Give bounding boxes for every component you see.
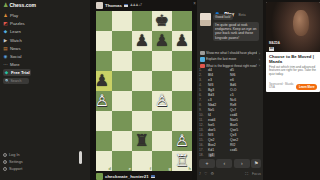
- square-h6[interactable]: [172, 51, 192, 71]
- move-row-4[interactable]: 4.Nf3Bd6: [199, 82, 261, 87]
- log-in-icon: ⏻: [3, 153, 7, 157]
- share-icon[interactable]: ⤴: [199, 171, 201, 176]
- sidebar-gap: [90, 0, 96, 180]
- square-g7[interactable]: [152, 31, 172, 51]
- move-row-13[interactable]: 13.dxe5Qxe5: [199, 127, 261, 132]
- chesscom-logo[interactable]: ♟ Chess.com: [3, 2, 36, 8]
- sidebar-item-social[interactable]: ◉Social: [3, 53, 29, 60]
- move-row-8[interactable]: 8.Nbd2Re8: [199, 102, 261, 107]
- ad-face-image: [293, 10, 309, 36]
- square-h7[interactable]: [172, 31, 192, 51]
- square-e7[interactable]: [112, 31, 132, 51]
- move-row-9[interactable]: 9.Ne5Qc7: [199, 107, 261, 112]
- square-g6[interactable]: [152, 51, 172, 71]
- move-row-5[interactable]: 5.Bg3O-O: [199, 87, 261, 92]
- coach-avatar[interactable]: [200, 13, 211, 26]
- sidebar-item-news[interactable]: ▤News: [3, 45, 29, 52]
- support-icon: ?: [3, 167, 7, 171]
- square-h2[interactable]: [172, 131, 192, 151]
- bottom-player-bar: checkmate_hunter21: [96, 171, 192, 180]
- back-button[interactable]: ‹: [216, 159, 232, 168]
- coach-option-row-2[interactable]: Explain the last move›: [200, 56, 260, 62]
- chevron-right-icon: ›: [259, 57, 260, 62]
- sidebar-bottom-support[interactable]: ?Support: [3, 166, 22, 172]
- top-player-avatar[interactable]: [96, 2, 103, 9]
- move-row-1[interactable]: 1.d4d5: [199, 67, 261, 72]
- move-row-11[interactable]: 11.exd4Nxe5: [199, 117, 261, 122]
- news-icon: ▤: [3, 46, 8, 51]
- move-row-12[interactable]: 12.fxe5Bxe5: [199, 122, 261, 127]
- move-row-18[interactable]: 18.g4: [199, 152, 261, 157]
- play-icon: ♟: [3, 13, 8, 18]
- square-f4[interactable]: [132, 91, 152, 111]
- square-f7[interactable]: [132, 31, 152, 51]
- captured-pieces: ♟♟♟ +7: [130, 3, 142, 7]
- sidebar-search-input[interactable]: 🔍 Search: [3, 78, 29, 84]
- square-g3[interactable]: [152, 111, 172, 131]
- ad-photo-caption: MAZDA: [269, 42, 280, 46]
- close-icon[interactable]: ×: [193, 2, 197, 6]
- move-row-10[interactable]: 10.f4cxd4: [199, 112, 261, 117]
- square-f8[interactable]: [132, 11, 152, 31]
- square-f6[interactable]: [132, 51, 152, 71]
- nav-sidebar: ♟ Chess.com ♟Play◩Puzzles◆Learn▶Watch▤Ne…: [0, 0, 90, 180]
- top-player-name: Thomas: [105, 3, 122, 8]
- square-e5[interactable]: [112, 71, 132, 91]
- sidebar-item-watch[interactable]: ▶Watch: [3, 37, 29, 44]
- move-row-15[interactable]: 15.Qe2Qxe2: [199, 137, 261, 142]
- move-row-16[interactable]: 16.Bxe2Rf2: [199, 142, 261, 147]
- square-e4[interactable]: [112, 91, 132, 111]
- bottom-player-flag-icon: [151, 175, 155, 178]
- ad-footer: Sponsored · Mazda USA Learn More: [269, 83, 317, 90]
- square-e6[interactable]: [112, 51, 132, 71]
- square-h3[interactable]: [172, 111, 192, 131]
- square-e2[interactable]: [112, 131, 132, 151]
- logo-pawn-icon: ♟: [3, 2, 8, 8]
- move-row-14[interactable]: 14.Nf3Qe3: [199, 132, 261, 137]
- watch-icon: ▶: [3, 38, 8, 43]
- sidebar-item-play[interactable]: ♟Play: [3, 12, 29, 19]
- square-h1[interactable]: h: [172, 151, 192, 171]
- ad-sponsored-label: Sponsored · Mazda USA: [269, 83, 296, 90]
- file-label-g: g: [169, 167, 171, 171]
- move-list[interactable]: 1.d4d52.Bf4Nf63.e3e64.Nf3Bd65.Bg3O-O6.Bd…: [199, 67, 261, 157]
- square-g1[interactable]: g: [152, 151, 172, 171]
- panel-footer: ⤴♡⚙ ⛶ Focus: [199, 171, 261, 176]
- move-row-2[interactable]: 2.Bf4Nf6: [199, 72, 261, 77]
- forward-button[interactable]: ›: [234, 159, 250, 168]
- sidebar-item-puzzles[interactable]: ◩Puzzles: [3, 20, 29, 27]
- move-row-3[interactable]: 3.e3e6: [199, 77, 261, 82]
- hint-button[interactable]: ⚑: [251, 159, 261, 168]
- square-g5[interactable]: [152, 71, 172, 91]
- bottom-player-avatar[interactable]: [96, 173, 103, 180]
- like-icon[interactable]: ♡: [204, 171, 208, 176]
- learn-icon: ◆: [3, 29, 8, 34]
- sidebar-scrollbar[interactable]: [79, 151, 82, 164]
- bottom-player-name: checkmate_hunter21: [105, 174, 149, 179]
- trial-diamond-icon: ◆: [4, 70, 9, 75]
- move-row-17[interactable]: 17.Kd1cxd5: [199, 147, 261, 152]
- ad-title: Choose to Be Moved | Mazda: [269, 54, 317, 64]
- square-h8[interactable]: [172, 11, 192, 31]
- sidebar-item-more[interactable]: ⋯More: [3, 61, 29, 68]
- coach-bubble-small: Good luck!: [213, 14, 233, 20]
- chevron-right-icon: ›: [259, 51, 260, 56]
- coach-option-row-1[interactable]: Show me what I should have played›: [200, 50, 260, 56]
- square-e1[interactable]: e: [112, 151, 132, 171]
- square-h5[interactable]: [172, 71, 192, 91]
- chess-com-app: abcdefgh♚♟♟♟♟♙♙♜♙♖ Thomas ♟♟♟ +7 checkma…: [0, 0, 320, 180]
- beta-badge: Beta: [239, 13, 246, 17]
- sidebar-item-learn[interactable]: ◆Learn: [3, 28, 29, 35]
- square-f2[interactable]: [132, 131, 152, 151]
- move-row-7[interactable]: 7.c3Nc6: [199, 97, 261, 102]
- ad-badge: Ad: [269, 47, 274, 50]
- square-g2[interactable]: [152, 131, 172, 151]
- more-icon: ⋯: [3, 62, 8, 67]
- settings-icon[interactable]: ⚙: [211, 171, 215, 176]
- square-e8[interactable]: [112, 11, 132, 31]
- square-f5[interactable]: [132, 71, 152, 91]
- square-f3[interactable]: [132, 111, 152, 131]
- square-h4[interactable]: [172, 91, 192, 111]
- file-label-e: e: [129, 167, 131, 171]
- ad-photo: MAZDA Ad: [266, 2, 320, 52]
- ad-card[interactable]: MAZDA Ad Choose to Be Moved | Mazda Find…: [266, 2, 320, 92]
- new-game-button[interactable]: +: [199, 159, 215, 168]
- puzzles-icon: ◩: [3, 21, 8, 26]
- square-g8[interactable]: [152, 11, 172, 31]
- ad-learn-more-button[interactable]: Learn More: [296, 84, 317, 90]
- sidebar-bottom-settings[interactable]: ⚙Settings: [3, 159, 23, 165]
- file-label-h: h: [189, 167, 191, 171]
- coach-bubble-big: I'm quite good at rook endgames. Keep an…: [213, 22, 259, 41]
- sidebar-item-free-trial[interactable]: ◆Free Trial: [3, 69, 31, 76]
- option-icon-1: [200, 51, 205, 56]
- square-f1[interactable]: f: [132, 151, 152, 171]
- settings-icon: ⚙: [3, 160, 7, 164]
- square-g4[interactable]: [152, 91, 172, 111]
- search-icon: 🔍: [5, 79, 9, 83]
- ad-body-text: Find out which trim and advanced feature…: [269, 66, 317, 77]
- top-player-flag-icon: [124, 4, 128, 7]
- social-icon: ◉: [3, 54, 8, 59]
- file-label-d: d: [109, 167, 111, 171]
- play-panel: 👤 Play Beta Good luck! I'm quite good at…: [197, 0, 263, 180]
- move-row-6[interactable]: 6.Bd3c5: [199, 92, 261, 97]
- top-player-bar: Thomas ♟♟♟ +7: [96, 0, 192, 10]
- square-e3[interactable]: [112, 111, 132, 131]
- sidebar-bottom-log-in[interactable]: ⏻Log In: [3, 152, 20, 158]
- file-label-f: f: [150, 167, 151, 171]
- focus-icon[interactable]: ⛶: [245, 171, 248, 176]
- option-icon-2: [200, 57, 205, 62]
